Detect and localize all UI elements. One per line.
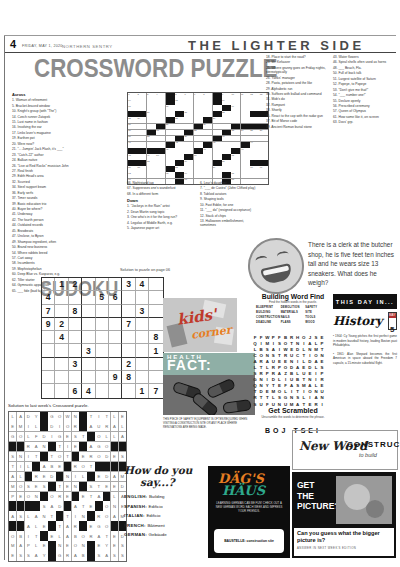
sudoku-cell xyxy=(82,318,95,331)
solution-black-cell xyxy=(79,412,86,422)
solution-letter-cell: O xyxy=(17,482,24,492)
solution-black-cell xyxy=(103,492,110,502)
crossword-cell: 25 xyxy=(175,117,184,123)
solution-letter-cell: A xyxy=(48,501,55,511)
across-heading: Across xyxy=(12,92,122,97)
across-clue: 26. "Live at Red Rocks" musician John xyxy=(12,164,122,168)
crossword-cell: 26 xyxy=(213,117,222,123)
sudoku-cell xyxy=(69,371,82,384)
crossword-cell: 39 xyxy=(184,136,193,142)
solution-letter-cell: T xyxy=(9,462,16,472)
crossword-cell: 35 xyxy=(250,130,259,136)
crossword-down-list-b: 6. Lear's daughter7. "___ de Castro" (Jo… xyxy=(200,181,260,229)
calendar-icon: MAY 5 xyxy=(388,312,398,330)
solution-letter-cell: O xyxy=(95,432,102,442)
across-clue: 50. Brand new business xyxy=(12,245,122,249)
solution-letter-cell: D xyxy=(103,452,110,462)
down-clue: 61. How some like it, on screen xyxy=(333,115,396,119)
crossword-cell xyxy=(166,130,175,136)
crossword-cell xyxy=(194,117,203,123)
solution-letter-cell: M xyxy=(9,541,16,551)
across-clue: 10. Knight's group (with "The") xyxy=(12,109,122,113)
crossword-cell xyxy=(166,160,175,166)
down-clue: 8. Tabloid aviators xyxy=(200,192,260,196)
solution-letter-cell: T xyxy=(103,531,110,541)
smiley-eye-left xyxy=(255,255,268,265)
sudoku-cell xyxy=(136,291,149,304)
down-clue: 35. React to the cop with the radar gun xyxy=(266,114,328,118)
crossword-cell xyxy=(241,136,250,142)
crossword-cell xyxy=(241,99,250,105)
crossword-cell xyxy=(137,142,146,148)
crossword-cell: 6 xyxy=(184,93,193,99)
solution-letter-cell: I xyxy=(56,422,63,432)
crossword-cell xyxy=(213,154,222,160)
solution-black-cell xyxy=(17,501,24,511)
solution-letter-cell: G xyxy=(56,551,63,561)
solution-letter-cell: O xyxy=(72,541,79,551)
solution-letter-cell: R xyxy=(87,531,94,541)
solution-letter-cell: A xyxy=(111,472,118,482)
crossword-cell xyxy=(156,99,165,105)
history-header: THIS DAY IN... xyxy=(333,294,397,309)
crossword-cell: 18 xyxy=(166,105,175,111)
down-clue: 11. "___ do" (resigned acceptance) xyxy=(200,208,260,212)
new-word-box: New Word CONSTRUCT to build xyxy=(292,430,398,470)
solution-letter-cell: R xyxy=(103,422,110,432)
solution-letter-cell: O xyxy=(17,432,24,442)
solution-black-cell xyxy=(48,442,55,452)
sudoku-cell xyxy=(136,371,149,384)
paper-name: NORTHERN SENTRY xyxy=(62,44,113,49)
down-clue: 33. Shortly xyxy=(266,108,328,112)
photo-blob xyxy=(366,500,384,518)
solution-black-cell xyxy=(87,511,94,521)
this-day-in-history: THIS DAY IN... History MAY 5 • 1904: Cy … xyxy=(333,294,397,369)
solution-letter-cell: M xyxy=(17,422,24,432)
sudoku-cell xyxy=(109,358,122,371)
crossword-cell xyxy=(203,130,212,136)
sudoku-cell: 4 xyxy=(82,384,95,397)
solution-letter-cell: E xyxy=(72,442,79,452)
down-heading: Down xyxy=(127,198,195,203)
crossword-cell xyxy=(203,154,212,160)
sudoku-cell: 8 xyxy=(69,305,82,318)
crossword-cell: 41 xyxy=(128,142,137,148)
crossword-cell: 51 xyxy=(194,154,203,160)
down-clue: 52. Popeye, to Popeye xyxy=(333,82,396,86)
solution-letter-cell: A xyxy=(119,432,126,442)
solution-letter-cell: S xyxy=(17,511,24,521)
solution-letter-cell: S xyxy=(119,551,126,561)
solution-letter-cell: P xyxy=(9,492,16,502)
solution-black-cell xyxy=(48,521,55,531)
across-clue: 29. Edith Head's area xyxy=(12,174,122,178)
solution-letter-cell: A xyxy=(95,531,102,541)
solution-letter-cell: S xyxy=(111,551,118,561)
solution-black-cell xyxy=(103,462,110,472)
sudoku-cell xyxy=(55,371,68,384)
solution-letter-cell: R xyxy=(87,452,94,462)
crossword-cell xyxy=(203,105,212,111)
solution-letter-cell: E xyxy=(9,551,16,561)
crossword-cell xyxy=(213,148,222,154)
solution-black-cell xyxy=(56,472,63,482)
solution-letter-cell: E xyxy=(64,541,71,551)
down-clue: 55. Declare openly xyxy=(333,99,396,103)
crossword-cell xyxy=(156,142,165,148)
crossword-cell: 36 xyxy=(259,130,268,136)
left-margin-rule xyxy=(4,36,5,560)
solution-letter-cell: E xyxy=(9,422,16,432)
new-word-definition: to build xyxy=(359,452,377,458)
crossword-cell xyxy=(241,154,250,160)
across-clue: 54. Where rabbits breed xyxy=(12,251,122,255)
solution-letter-cell: A xyxy=(87,422,94,432)
solution-letter-cell: S xyxy=(25,482,32,492)
across-clue: 66. Nightstand jug xyxy=(127,181,195,185)
crossword-cell xyxy=(184,124,193,130)
sudoku-cell xyxy=(96,358,109,371)
crossword-cell: 38 xyxy=(147,136,156,142)
smiley-eye-right xyxy=(276,250,289,260)
sudoku-cell xyxy=(96,278,109,291)
solution-letter-cell: A xyxy=(64,521,71,531)
sudoku-cell: 8 xyxy=(149,331,162,344)
solution-letter-cell: L xyxy=(79,472,86,482)
crossword-cell: 24 xyxy=(137,117,146,123)
solution-letter-cell: A xyxy=(111,422,118,432)
crossword-cell xyxy=(250,117,259,123)
crossword-cell xyxy=(259,154,268,160)
sudoku-cell: 2 xyxy=(69,278,82,291)
sudoku-cell xyxy=(55,291,68,304)
calendar-day: 5 xyxy=(390,325,394,334)
solution-black-cell xyxy=(40,531,47,541)
solution-letter-cell: B xyxy=(79,551,86,561)
across-clue: 41. Underway xyxy=(12,212,122,216)
crossword-cell: 33 xyxy=(231,130,240,136)
down-clue: 26. Yanks' manager xyxy=(266,76,328,80)
crossword-cell xyxy=(241,111,250,117)
solution-letter-cell: A xyxy=(72,551,79,561)
solution-letter-cell: G xyxy=(56,432,63,442)
across-clue: 59. Mephistophelian xyxy=(12,267,122,271)
solution-letter-cell: A xyxy=(87,442,94,452)
history-entry: • 1961: Alan Shepard becomes the first A… xyxy=(333,352,397,366)
sudoku-cell: 4 xyxy=(136,278,149,291)
solution-letter-cell: R xyxy=(64,551,71,561)
solution-letter-cell: W xyxy=(64,412,71,422)
solution-black-cell xyxy=(32,462,39,472)
crossword-cell: 58 xyxy=(175,166,184,172)
get-scrambled-instructions: Unscramble the words to determine the ph… xyxy=(256,415,330,419)
down-clue: 63. Docs' grp. xyxy=(333,120,396,124)
crossword-cell xyxy=(156,111,165,117)
solution-letter-cell: L xyxy=(9,412,16,422)
crossword-black-cell xyxy=(250,111,259,117)
sudoku-cell xyxy=(69,318,82,331)
sudoku-cell xyxy=(136,344,149,357)
crossword-cell xyxy=(194,160,203,166)
solution-letter-cell: A xyxy=(111,511,118,521)
crossword-cell xyxy=(194,172,203,178)
solution-letter-cell: N xyxy=(79,541,86,551)
new-word-word: CONSTRUCT xyxy=(347,440,400,449)
word-find-title: Building Word Find xyxy=(256,293,330,300)
solution-black-cell xyxy=(79,482,86,492)
crossword-cell: 40 xyxy=(222,136,231,142)
sudoku-cell: 4 xyxy=(42,291,55,304)
crossword-cell xyxy=(250,99,259,105)
crossword-cell xyxy=(147,99,156,105)
languages-box: How do you say...? ENGLISH: BuildingSPAN… xyxy=(124,464,204,542)
sudoku-cell xyxy=(96,305,109,318)
mystery-photo xyxy=(336,476,392,524)
solution-letter-cell: O xyxy=(25,492,32,502)
solution-black-cell xyxy=(17,442,24,452)
sudoku-cell xyxy=(109,344,122,357)
crossword-cell xyxy=(137,105,146,111)
crossword-cell xyxy=(147,117,156,123)
crossword-cell: 53 xyxy=(147,160,156,166)
crossword-black-cell xyxy=(166,93,175,99)
solution-letter-cell: N xyxy=(40,442,47,452)
crossword-cell: 52 xyxy=(231,154,240,160)
solution-letter-cell: Y xyxy=(103,541,110,551)
crossword-cell xyxy=(156,172,165,178)
language-line: FRENCH: Bâtiment xyxy=(124,523,204,528)
sudoku-cell xyxy=(69,344,82,357)
crossword-cell xyxy=(137,124,146,130)
crossword-cell xyxy=(222,117,231,123)
word-find-grid: FFWPFBRHOJSEQIMISOTNIALPLBSAIWEDLNMTCONS… xyxy=(252,334,325,407)
sudoku-cell: 6 xyxy=(109,291,122,304)
solution-letter-cell: E xyxy=(64,482,71,492)
crossword-cell: 31 xyxy=(156,130,165,136)
solution-letter-cell: T xyxy=(48,452,55,462)
crossword-cell xyxy=(250,172,259,178)
solution-letter-cell: A xyxy=(32,511,39,521)
down-clue: 3. One who's in it for the long run? xyxy=(127,215,195,219)
word-find-word: DEADLINE xyxy=(256,321,281,326)
solution-letter-cell: A xyxy=(9,472,16,482)
crossword-cell: 50 xyxy=(156,154,165,160)
crossword-cell xyxy=(137,130,146,136)
solution-letter-cell: T xyxy=(48,511,55,521)
solution-letter-cell: R xyxy=(25,442,32,452)
smiley-mouth xyxy=(260,263,293,285)
crossword-cell xyxy=(241,166,250,172)
solution-letter-cell: N xyxy=(56,541,63,551)
sudoku-cell xyxy=(82,305,95,318)
crossword-cell xyxy=(184,99,193,105)
solution-black-cell xyxy=(72,492,79,502)
solution-letter-cell: A xyxy=(9,511,16,521)
solution-letter-cell: R xyxy=(95,511,102,521)
crossword-cell xyxy=(156,105,165,111)
solution-letter-cell: I xyxy=(25,531,32,541)
crossword-cell: 54 xyxy=(184,160,193,166)
solution-letter-cell: E xyxy=(103,482,110,492)
crossword-cell xyxy=(147,124,156,130)
crossword-cell xyxy=(231,111,240,117)
down-clue: 18. Place to start the road? xyxy=(266,55,328,59)
solution-letter-cell: I xyxy=(48,432,55,442)
sudoku-cell: 3 xyxy=(82,344,95,357)
solution-letter-cell: T xyxy=(103,412,110,422)
solution-letter-cell: N xyxy=(64,472,71,482)
across-clue: 68. In a different form xyxy=(127,192,195,196)
solution-letter-cell: D xyxy=(103,472,110,482)
solution-label: Solution to last week's Crossword puzzle… xyxy=(8,403,89,408)
solution-letter-cell: L xyxy=(32,521,39,531)
solution-letter-cell: A xyxy=(103,551,110,561)
down-clue: 9. Shaping tools xyxy=(200,197,260,201)
across-clue: 32. Scurried xyxy=(12,180,122,184)
solution-letter-cell: G xyxy=(9,432,16,442)
get-the-picture-footer: Can you guess what the bigger picture is… xyxy=(294,528,394,556)
crossword-cell xyxy=(250,154,259,160)
solution-letter-cell: A xyxy=(64,531,71,541)
crossword-cell xyxy=(194,111,203,117)
crossword-cell xyxy=(203,136,212,142)
joke-text: There is a clerk at the butcher shop, he… xyxy=(308,240,396,288)
solution-letter-cell: T xyxy=(64,452,71,462)
sudoku-cell xyxy=(109,331,122,344)
page-number: 4 xyxy=(10,38,16,50)
get-the-picture-note: ANSWER IN NEXT WEEK'S EDITION xyxy=(297,546,391,550)
solution-letter-cell: S xyxy=(40,501,47,511)
language-line: SPANISH: Edificio xyxy=(124,504,204,509)
sudoku-cell xyxy=(149,318,162,331)
sudoku-cell xyxy=(149,278,162,291)
crossword-cell: 17 xyxy=(128,105,137,111)
solution-letter-cell: E xyxy=(64,432,71,442)
solution-letter-cell: S xyxy=(119,452,126,462)
solution-letter-cell: A xyxy=(32,442,39,452)
solution-black-cell xyxy=(64,501,71,511)
crossword-cell: 47 xyxy=(241,148,250,154)
solution-letter-cell: S xyxy=(95,551,102,561)
solution-letter-cell: L xyxy=(17,472,24,482)
down-clue: 4. Legolas of Middle Earth, e.g. xyxy=(127,221,195,225)
crossword-cell: 61 xyxy=(259,166,268,172)
across-clue: 37. Timer sounds xyxy=(12,196,122,200)
down-clue: 30. Suffixes with ballad and command xyxy=(266,92,328,96)
solution-letter-cell: L xyxy=(119,422,126,432)
solution-letter-cell: B xyxy=(17,531,24,541)
solution-letter-cell: T xyxy=(32,531,39,541)
down-clue: 57. Queen of Olympus xyxy=(333,109,396,113)
solution-letter-cell: E xyxy=(87,501,94,511)
across-clue: 17. Links lover's magazine xyxy=(12,131,122,135)
sudoku-cell xyxy=(42,384,55,397)
across-clue: 47. Unclose, to Byron xyxy=(12,234,122,238)
solution-black-cell xyxy=(48,482,55,492)
crossword-cell xyxy=(203,111,212,117)
dags-haus-ad: DÄG'S HÄUS LEARNING GERMAN CAN BE FUN! C… xyxy=(208,466,290,558)
crossword-grid: 1234567891011121314151617181920212223242… xyxy=(127,92,269,185)
crossword-cell xyxy=(137,172,146,178)
solution-black-cell xyxy=(25,501,32,511)
solution-letter-cell: O xyxy=(9,531,16,541)
crossword-black-cell xyxy=(213,99,222,105)
solution-letter-cell: I xyxy=(95,412,102,422)
sudoku-cell xyxy=(82,291,95,304)
crossword-cell xyxy=(250,148,259,154)
solution-letter-cell: A xyxy=(72,501,79,511)
solution-letter-cell: I xyxy=(72,511,79,521)
sudoku-cell xyxy=(96,371,109,384)
crossword-cell xyxy=(241,105,250,111)
solution-letter-cell: S xyxy=(25,551,32,561)
solution-letter-cell: N xyxy=(72,482,79,492)
solution-letter-cell: E xyxy=(79,492,86,502)
calendar-month: MAY xyxy=(389,313,397,318)
languages-script-line1: How do you xyxy=(124,464,204,476)
solution-letter-cell: B xyxy=(48,462,55,472)
solution-black-cell xyxy=(32,501,39,511)
solution-letter-cell: L xyxy=(111,492,118,502)
crossword-cell: 12 xyxy=(250,93,259,99)
dags-logo-line2: HÄUS xyxy=(222,483,290,498)
word-find: Building Word Find Find the hidden words… xyxy=(256,293,330,325)
sudoku-cell xyxy=(69,331,82,344)
crossword-cell xyxy=(222,166,231,172)
history-entry: • 1904: Cy Young pitches the first perfe… xyxy=(333,334,397,348)
solution-black-cell xyxy=(9,521,16,531)
solution-letter-cell: O xyxy=(103,501,110,511)
solution-letter-cell: S xyxy=(17,551,24,561)
crossword-down-list-d: 43. Water flowers46. Spiral shells often… xyxy=(333,55,396,126)
crossword-cell: 29 xyxy=(203,124,212,130)
solution-letter-cell: E xyxy=(32,482,39,492)
solution-black-cell xyxy=(17,521,24,531)
sudoku-cell: 5 xyxy=(96,291,109,304)
history-script-logo: History xyxy=(333,314,383,328)
solution-letter-cell: D xyxy=(25,412,32,422)
puzzle-page: 4 FRIDAY, MAY 1, 2020 NORTHERN SENTRY TH… xyxy=(0,0,400,567)
down-clue: 43. Water flowers xyxy=(333,55,396,59)
solution-black-cell xyxy=(87,432,94,442)
sudoku-cell xyxy=(96,344,109,357)
solution-letter-cell: U xyxy=(95,422,102,432)
sudoku-cell xyxy=(55,358,68,371)
solution-letter-cell: E xyxy=(79,452,86,462)
sudoku-cell xyxy=(42,331,55,344)
sudoku-cell xyxy=(136,318,149,331)
sudoku-cell: 8 xyxy=(122,371,135,384)
solution-letter-cell: Y xyxy=(32,412,39,422)
dags-tagline: LEARNING GERMAN CAN BE FUN! CHECK OUT A … xyxy=(213,501,285,514)
solution-letter-cell: A xyxy=(17,412,24,422)
down-clue: 5. Japanese paper art xyxy=(127,226,195,230)
down-clue: 31. Mob's do xyxy=(266,97,328,101)
crossword-cell xyxy=(175,105,184,111)
crossword-black-cell xyxy=(137,148,146,154)
down-clue: 28. Pasta, potatoes and the like xyxy=(266,81,328,85)
down-clue: 2. Dean Martin song topic xyxy=(127,210,195,214)
solution-letter-cell: T xyxy=(95,482,102,492)
across-clue: 24. Balkan native xyxy=(12,158,122,162)
sudoku-cell: 2 xyxy=(122,358,135,371)
solution-black-cell xyxy=(79,422,86,432)
sudoku-cell xyxy=(149,358,162,371)
crossword-cell xyxy=(137,136,146,142)
crossword-cell xyxy=(231,136,240,142)
solution-letter-cell: T xyxy=(32,452,39,462)
